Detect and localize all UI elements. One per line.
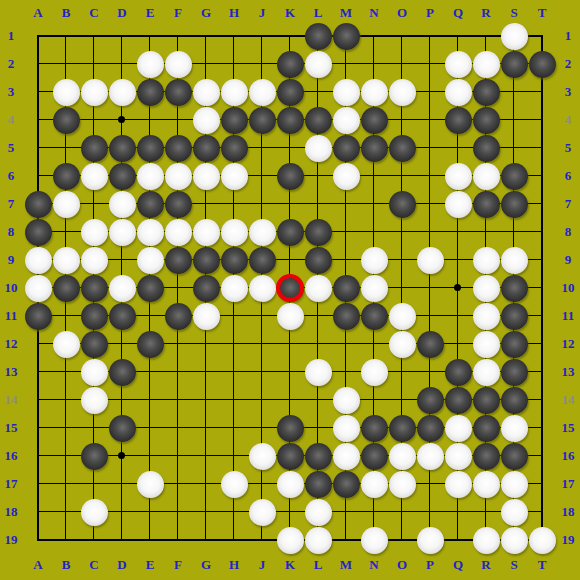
board-cell-K5[interactable] xyxy=(276,134,304,162)
board-cell-O9[interactable] xyxy=(388,246,416,274)
board-cell-S12[interactable] xyxy=(500,330,528,358)
board-cell-L13[interactable] xyxy=(304,358,332,386)
board-cell-A1[interactable] xyxy=(24,22,52,50)
board-cell-B14[interactable] xyxy=(52,386,80,414)
board-cell-R9[interactable] xyxy=(472,246,500,274)
board-cell-J10[interactable] xyxy=(248,274,276,302)
board-cell-R10[interactable] xyxy=(472,274,500,302)
board-cell-E5[interactable] xyxy=(136,134,164,162)
board-cell-E4[interactable] xyxy=(136,106,164,134)
board-cell-T13[interactable] xyxy=(528,358,556,386)
board-cell-L6[interactable] xyxy=(304,162,332,190)
board-cell-O13[interactable] xyxy=(388,358,416,386)
board-cell-A12[interactable] xyxy=(24,330,52,358)
board-cell-B7[interactable] xyxy=(52,190,80,218)
board-cell-O7[interactable] xyxy=(388,190,416,218)
board-cell-A9[interactable] xyxy=(24,246,52,274)
board-cell-S19[interactable] xyxy=(500,526,528,554)
board-cell-F8[interactable] xyxy=(164,218,192,246)
board-cell-B5[interactable] xyxy=(52,134,80,162)
board-cell-G16[interactable] xyxy=(192,442,220,470)
board-cell-N4[interactable] xyxy=(360,106,388,134)
board-cell-C13[interactable] xyxy=(80,358,108,386)
board-cell-A16[interactable] xyxy=(24,442,52,470)
board-cell-L18[interactable] xyxy=(304,498,332,526)
board-cell-H7[interactable] xyxy=(220,190,248,218)
board-cell-A17[interactable] xyxy=(24,470,52,498)
board-cell-S3[interactable] xyxy=(500,78,528,106)
board-cell-P18[interactable] xyxy=(416,498,444,526)
board-cell-D10[interactable] xyxy=(108,274,136,302)
board-cell-P9[interactable] xyxy=(416,246,444,274)
board-cell-R7[interactable] xyxy=(472,190,500,218)
board-cell-Q18[interactable] xyxy=(444,498,472,526)
board-cell-T15[interactable] xyxy=(528,414,556,442)
board-cell-G4[interactable] xyxy=(192,106,220,134)
board-cell-E10[interactable] xyxy=(136,274,164,302)
board-cell-R5[interactable] xyxy=(472,134,500,162)
board-cell-F11[interactable] xyxy=(164,302,192,330)
board-cell-O19[interactable] xyxy=(388,526,416,554)
board-cell-E15[interactable] xyxy=(136,414,164,442)
board-cell-E1[interactable] xyxy=(136,22,164,50)
board-cell-D18[interactable] xyxy=(108,498,136,526)
board-cell-P14[interactable] xyxy=(416,386,444,414)
board-cell-S16[interactable] xyxy=(500,442,528,470)
board-cell-T4[interactable] xyxy=(528,106,556,134)
board-cell-Q8[interactable] xyxy=(444,218,472,246)
board-cell-J11[interactable] xyxy=(248,302,276,330)
board-cell-C4[interactable] xyxy=(80,106,108,134)
board-cell-C6[interactable] xyxy=(80,162,108,190)
board-cell-K8[interactable] xyxy=(276,218,304,246)
board-cell-J14[interactable] xyxy=(248,386,276,414)
board-cell-Q13[interactable] xyxy=(444,358,472,386)
board-cell-D5[interactable] xyxy=(108,134,136,162)
board-cell-T6[interactable] xyxy=(528,162,556,190)
board-cell-Q19[interactable] xyxy=(444,526,472,554)
board-cell-F3[interactable] xyxy=(164,78,192,106)
board-cell-J4[interactable] xyxy=(248,106,276,134)
board-cell-E17[interactable] xyxy=(136,470,164,498)
board-cell-E14[interactable] xyxy=(136,386,164,414)
board-cell-C2[interactable] xyxy=(80,50,108,78)
board-cell-R3[interactable] xyxy=(472,78,500,106)
board-cell-K4[interactable] xyxy=(276,106,304,134)
board-cell-C18[interactable] xyxy=(80,498,108,526)
board-cell-N3[interactable] xyxy=(360,78,388,106)
board-cell-G9[interactable] xyxy=(192,246,220,274)
board-cell-K10[interactable] xyxy=(276,274,304,302)
board-cell-D7[interactable] xyxy=(108,190,136,218)
board-cell-M15[interactable] xyxy=(332,414,360,442)
board-cell-F12[interactable] xyxy=(164,330,192,358)
board-cell-A15[interactable] xyxy=(24,414,52,442)
board-cell-N17[interactable] xyxy=(360,470,388,498)
board-cell-G12[interactable] xyxy=(192,330,220,358)
board-cell-S9[interactable] xyxy=(500,246,528,274)
board-cell-H13[interactable] xyxy=(220,358,248,386)
board-cell-O18[interactable] xyxy=(388,498,416,526)
board-cell-D3[interactable] xyxy=(108,78,136,106)
board-cell-J5[interactable] xyxy=(248,134,276,162)
board-cell-N9[interactable] xyxy=(360,246,388,274)
board-cell-C9[interactable] xyxy=(80,246,108,274)
board-cell-Q2[interactable] xyxy=(444,50,472,78)
board-cell-F4[interactable] xyxy=(164,106,192,134)
board-cell-G18[interactable] xyxy=(192,498,220,526)
board-cell-C3[interactable] xyxy=(80,78,108,106)
board-cell-L4[interactable] xyxy=(304,106,332,134)
board-cell-M17[interactable] xyxy=(332,470,360,498)
board-cell-T9[interactable] xyxy=(528,246,556,274)
board-cell-H6[interactable] xyxy=(220,162,248,190)
board-cell-A18[interactable] xyxy=(24,498,52,526)
board-cell-R8[interactable] xyxy=(472,218,500,246)
board-cell-N7[interactable] xyxy=(360,190,388,218)
board-cell-G3[interactable] xyxy=(192,78,220,106)
board-cell-D2[interactable] xyxy=(108,50,136,78)
board-cell-K3[interactable] xyxy=(276,78,304,106)
board-cell-S15[interactable] xyxy=(500,414,528,442)
board-cell-G15[interactable] xyxy=(192,414,220,442)
board-cell-D13[interactable] xyxy=(108,358,136,386)
board-cell-H17[interactable] xyxy=(220,470,248,498)
board-cell-F19[interactable] xyxy=(164,526,192,554)
board-cell-O17[interactable] xyxy=(388,470,416,498)
board-cell-M14[interactable] xyxy=(332,386,360,414)
board-cell-S17[interactable] xyxy=(500,470,528,498)
board-cell-B11[interactable] xyxy=(52,302,80,330)
board-cell-F7[interactable] xyxy=(164,190,192,218)
board-cell-H4[interactable] xyxy=(220,106,248,134)
board-cell-G13[interactable] xyxy=(192,358,220,386)
board-cell-L9[interactable] xyxy=(304,246,332,274)
board-cell-N14[interactable] xyxy=(360,386,388,414)
board-cell-D9[interactable] xyxy=(108,246,136,274)
board-cell-K18[interactable] xyxy=(276,498,304,526)
board-cell-F5[interactable] xyxy=(164,134,192,162)
board-cell-C15[interactable] xyxy=(80,414,108,442)
board-cell-C10[interactable] xyxy=(80,274,108,302)
board-cell-A3[interactable] xyxy=(24,78,52,106)
board-cell-L14[interactable] xyxy=(304,386,332,414)
board-cell-B9[interactable] xyxy=(52,246,80,274)
board-cell-E8[interactable] xyxy=(136,218,164,246)
board-cell-C7[interactable] xyxy=(80,190,108,218)
board-cell-E7[interactable] xyxy=(136,190,164,218)
board-cell-Q7[interactable] xyxy=(444,190,472,218)
board-cell-F9[interactable] xyxy=(164,246,192,274)
board-cell-P15[interactable] xyxy=(416,414,444,442)
board-cell-E16[interactable] xyxy=(136,442,164,470)
board-cell-M16[interactable] xyxy=(332,442,360,470)
board-cell-K9[interactable] xyxy=(276,246,304,274)
board-cell-P1[interactable] xyxy=(416,22,444,50)
board-cell-A8[interactable] xyxy=(24,218,52,246)
board-cell-Q6[interactable] xyxy=(444,162,472,190)
board-cell-L5[interactable] xyxy=(304,134,332,162)
board-cell-Q17[interactable] xyxy=(444,470,472,498)
board-cell-H5[interactable] xyxy=(220,134,248,162)
board-cell-C1[interactable] xyxy=(80,22,108,50)
board-cell-D17[interactable] xyxy=(108,470,136,498)
board-cell-A14[interactable] xyxy=(24,386,52,414)
board-cell-T11[interactable] xyxy=(528,302,556,330)
board-cell-Q16[interactable] xyxy=(444,442,472,470)
board-cell-E9[interactable] xyxy=(136,246,164,274)
board-cell-K15[interactable] xyxy=(276,414,304,442)
board-cell-F15[interactable] xyxy=(164,414,192,442)
board-cell-K6[interactable] xyxy=(276,162,304,190)
board-cell-K12[interactable] xyxy=(276,330,304,358)
board-cell-R13[interactable] xyxy=(472,358,500,386)
board-cell-A13[interactable] xyxy=(24,358,52,386)
board-cell-N18[interactable] xyxy=(360,498,388,526)
board-cell-H10[interactable] xyxy=(220,274,248,302)
board-cell-A19[interactable] xyxy=(24,526,52,554)
board-cell-E12[interactable] xyxy=(136,330,164,358)
board-cell-G6[interactable] xyxy=(192,162,220,190)
board-cell-F14[interactable] xyxy=(164,386,192,414)
board-cell-K11[interactable] xyxy=(276,302,304,330)
board-cell-A5[interactable] xyxy=(24,134,52,162)
board-cell-P2[interactable] xyxy=(416,50,444,78)
board-cell-N11[interactable] xyxy=(360,302,388,330)
board-cell-R1[interactable] xyxy=(472,22,500,50)
board-cell-H2[interactable] xyxy=(220,50,248,78)
board-cell-P17[interactable] xyxy=(416,470,444,498)
board-cell-N2[interactable] xyxy=(360,50,388,78)
board-cell-A7[interactable] xyxy=(24,190,52,218)
board-cell-L11[interactable] xyxy=(304,302,332,330)
board-cell-Q1[interactable] xyxy=(444,22,472,50)
board-cell-T3[interactable] xyxy=(528,78,556,106)
board-cell-L19[interactable] xyxy=(304,526,332,554)
board-cell-Q3[interactable] xyxy=(444,78,472,106)
board-cell-F18[interactable] xyxy=(164,498,192,526)
board-cell-A6[interactable] xyxy=(24,162,52,190)
board-cell-A2[interactable] xyxy=(24,50,52,78)
board-cell-M13[interactable] xyxy=(332,358,360,386)
board-cell-E6[interactable] xyxy=(136,162,164,190)
board-cell-M9[interactable] xyxy=(332,246,360,274)
board-cell-S8[interactable] xyxy=(500,218,528,246)
board-cell-J8[interactable] xyxy=(248,218,276,246)
board-cell-T2[interactable] xyxy=(528,50,556,78)
board-cell-T5[interactable] xyxy=(528,134,556,162)
board-cell-C14[interactable] xyxy=(80,386,108,414)
board-cell-M11[interactable] xyxy=(332,302,360,330)
board-cell-O16[interactable] xyxy=(388,442,416,470)
board-cell-D11[interactable] xyxy=(108,302,136,330)
board-cell-Q4[interactable] xyxy=(444,106,472,134)
board-cell-R14[interactable] xyxy=(472,386,500,414)
board-cell-G2[interactable] xyxy=(192,50,220,78)
board-cell-D15[interactable] xyxy=(108,414,136,442)
board-cell-N15[interactable] xyxy=(360,414,388,442)
board-cell-O14[interactable] xyxy=(388,386,416,414)
board-cell-R11[interactable] xyxy=(472,302,500,330)
board-cell-G10[interactable] xyxy=(192,274,220,302)
board-cell-P10[interactable] xyxy=(416,274,444,302)
board-cell-K14[interactable] xyxy=(276,386,304,414)
board-cell-F6[interactable] xyxy=(164,162,192,190)
board-cell-L1[interactable] xyxy=(304,22,332,50)
board-cell-F10[interactable] xyxy=(164,274,192,302)
board-cell-M3[interactable] xyxy=(332,78,360,106)
board-cell-G19[interactable] xyxy=(192,526,220,554)
board-cell-C12[interactable] xyxy=(80,330,108,358)
board-cell-P12[interactable] xyxy=(416,330,444,358)
board-cell-B4[interactable] xyxy=(52,106,80,134)
board-cell-J18[interactable] xyxy=(248,498,276,526)
board-cell-O1[interactable] xyxy=(388,22,416,50)
board-cell-H19[interactable] xyxy=(220,526,248,554)
board-cell-K7[interactable] xyxy=(276,190,304,218)
board-cell-S2[interactable] xyxy=(500,50,528,78)
board-cell-B13[interactable] xyxy=(52,358,80,386)
board-cell-M10[interactable] xyxy=(332,274,360,302)
board-cell-K1[interactable] xyxy=(276,22,304,50)
board-cell-J6[interactable] xyxy=(248,162,276,190)
board-cell-H9[interactable] xyxy=(220,246,248,274)
board-cell-B8[interactable] xyxy=(52,218,80,246)
board-cell-E13[interactable] xyxy=(136,358,164,386)
board-cell-J17[interactable] xyxy=(248,470,276,498)
board-cell-E19[interactable] xyxy=(136,526,164,554)
board-cell-B19[interactable] xyxy=(52,526,80,554)
board-cell-R4[interactable] xyxy=(472,106,500,134)
board-cell-N10[interactable] xyxy=(360,274,388,302)
board-cell-N16[interactable] xyxy=(360,442,388,470)
board-cell-M1[interactable] xyxy=(332,22,360,50)
board-cell-D6[interactable] xyxy=(108,162,136,190)
board-cell-L8[interactable] xyxy=(304,218,332,246)
board-cell-L16[interactable] xyxy=(304,442,332,470)
board-cell-K2[interactable] xyxy=(276,50,304,78)
board-cell-M6[interactable] xyxy=(332,162,360,190)
board-cell-R18[interactable] xyxy=(472,498,500,526)
board-cell-B15[interactable] xyxy=(52,414,80,442)
board-cell-O10[interactable] xyxy=(388,274,416,302)
board-cell-A10[interactable] xyxy=(24,274,52,302)
board-cell-H15[interactable] xyxy=(220,414,248,442)
board-cell-P19[interactable] xyxy=(416,526,444,554)
board-cell-Q9[interactable] xyxy=(444,246,472,274)
board-cell-O4[interactable] xyxy=(388,106,416,134)
board-cell-L10[interactable] xyxy=(304,274,332,302)
board-cell-M7[interactable] xyxy=(332,190,360,218)
board-cell-O15[interactable] xyxy=(388,414,416,442)
board-cell-B2[interactable] xyxy=(52,50,80,78)
board-cell-R15[interactable] xyxy=(472,414,500,442)
board-cell-Q15[interactable] xyxy=(444,414,472,442)
board-cell-J12[interactable] xyxy=(248,330,276,358)
board-cell-H11[interactable] xyxy=(220,302,248,330)
board-cell-T10[interactable] xyxy=(528,274,556,302)
board-cell-J3[interactable] xyxy=(248,78,276,106)
board-cell-M12[interactable] xyxy=(332,330,360,358)
board-cell-L7[interactable] xyxy=(304,190,332,218)
board-cell-O8[interactable] xyxy=(388,218,416,246)
board-cell-J1[interactable] xyxy=(248,22,276,50)
board-cell-R6[interactable] xyxy=(472,162,500,190)
board-cell-P16[interactable] xyxy=(416,442,444,470)
board-cell-N1[interactable] xyxy=(360,22,388,50)
board-cell-B10[interactable] xyxy=(52,274,80,302)
board-cell-R19[interactable] xyxy=(472,526,500,554)
board-cell-B18[interactable] xyxy=(52,498,80,526)
board-cell-P7[interactable] xyxy=(416,190,444,218)
board-cell-C8[interactable] xyxy=(80,218,108,246)
board-cell-G1[interactable] xyxy=(192,22,220,50)
board-cell-F2[interactable] xyxy=(164,50,192,78)
board-cell-T8[interactable] xyxy=(528,218,556,246)
board-cell-F17[interactable] xyxy=(164,470,192,498)
board-cell-B12[interactable] xyxy=(52,330,80,358)
board-cell-P4[interactable] xyxy=(416,106,444,134)
board-cell-S10[interactable] xyxy=(500,274,528,302)
board-cell-D8[interactable] xyxy=(108,218,136,246)
board-cell-N13[interactable] xyxy=(360,358,388,386)
board-cell-E3[interactable] xyxy=(136,78,164,106)
board-cell-O12[interactable] xyxy=(388,330,416,358)
board-cell-O5[interactable] xyxy=(388,134,416,162)
board-cell-D14[interactable] xyxy=(108,386,136,414)
board-cell-B1[interactable] xyxy=(52,22,80,50)
board-cell-L3[interactable] xyxy=(304,78,332,106)
board-cell-D1[interactable] xyxy=(108,22,136,50)
board-cell-R16[interactable] xyxy=(472,442,500,470)
board-cell-Q5[interactable] xyxy=(444,134,472,162)
board-cell-O2[interactable] xyxy=(388,50,416,78)
board-cell-M8[interactable] xyxy=(332,218,360,246)
board-cell-P5[interactable] xyxy=(416,134,444,162)
board-cell-H8[interactable] xyxy=(220,218,248,246)
board-cell-G17[interactable] xyxy=(192,470,220,498)
board-cell-E18[interactable] xyxy=(136,498,164,526)
board-cell-N12[interactable] xyxy=(360,330,388,358)
board-cell-P6[interactable] xyxy=(416,162,444,190)
board-cell-K19[interactable] xyxy=(276,526,304,554)
board-cell-M2[interactable] xyxy=(332,50,360,78)
board-cell-K17[interactable] xyxy=(276,470,304,498)
board-cell-C19[interactable] xyxy=(80,526,108,554)
board-cell-H18[interactable] xyxy=(220,498,248,526)
board-cell-L15[interactable] xyxy=(304,414,332,442)
board-cell-S1[interactable] xyxy=(500,22,528,50)
board-cell-R2[interactable] xyxy=(472,50,500,78)
board-cell-C5[interactable] xyxy=(80,134,108,162)
board-cell-H1[interactable] xyxy=(220,22,248,50)
board-cell-P3[interactable] xyxy=(416,78,444,106)
board-cell-T12[interactable] xyxy=(528,330,556,358)
board-cell-O6[interactable] xyxy=(388,162,416,190)
board-cell-J13[interactable] xyxy=(248,358,276,386)
board-cell-P11[interactable] xyxy=(416,302,444,330)
board-cell-H14[interactable] xyxy=(220,386,248,414)
board-cell-D19[interactable] xyxy=(108,526,136,554)
board-cell-M4[interactable] xyxy=(332,106,360,134)
board-cell-S4[interactable] xyxy=(500,106,528,134)
board-cell-D12[interactable] xyxy=(108,330,136,358)
board-cell-J9[interactable] xyxy=(248,246,276,274)
board-cell-S7[interactable] xyxy=(500,190,528,218)
board-cell-E2[interactable] xyxy=(136,50,164,78)
board-cell-T17[interactable] xyxy=(528,470,556,498)
board-cell-G11[interactable] xyxy=(192,302,220,330)
